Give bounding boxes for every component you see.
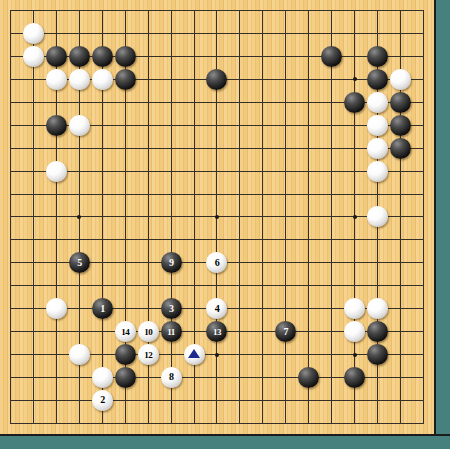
star-point-P10	[353, 215, 357, 219]
grid-line-horizontal	[10, 285, 424, 286]
triangle-marker-icon	[188, 349, 200, 358]
grid-line-vertical	[262, 10, 263, 424]
white-stone-Q6	[367, 115, 388, 136]
white-stone-B2	[23, 23, 44, 44]
move-13-black-stone-J15: 13	[206, 321, 227, 342]
star-point-P16	[353, 353, 357, 357]
move-number-label: 12	[144, 350, 152, 360]
black-stone-F3	[115, 46, 136, 67]
black-stone-R6	[390, 115, 411, 136]
black-stone-F16	[115, 344, 136, 365]
move-2-white-stone-E18: 2	[92, 390, 113, 411]
move-8-white-stone-H17: 8	[161, 367, 182, 388]
black-stone-Q4	[367, 69, 388, 90]
white-stone-C14	[46, 298, 67, 319]
row-labels-strip: 12345678910111213141516171819	[434, 0, 450, 449]
grid-line-vertical	[308, 10, 309, 424]
move-10-white-stone-G15: 10	[138, 321, 159, 342]
black-stone-J4	[206, 69, 227, 90]
white-stone-P14	[344, 298, 365, 319]
black-stone-R5	[390, 92, 411, 113]
white-stone-B3	[23, 46, 44, 67]
black-stone-N17	[298, 367, 319, 388]
go-board[interactable]: 1234567891011121314	[0, 0, 436, 436]
move-11-black-stone-H15: 11	[161, 321, 182, 342]
grid-line-vertical	[239, 10, 240, 424]
move-number-label: 5	[77, 258, 82, 268]
black-stone-P5	[344, 92, 365, 113]
black-stone-F4	[115, 69, 136, 90]
black-stone-Q3	[367, 46, 388, 67]
move-number-label: 6	[215, 258, 220, 268]
go-board-app: 1234567891011121314 12345678910111213141…	[0, 0, 450, 449]
white-stone-D6	[69, 115, 90, 136]
move-12-white-stone-G16: 12	[138, 344, 159, 365]
grid-line-horizontal	[10, 423, 424, 424]
move-number-label: 9	[169, 258, 174, 268]
move-number-label: 1	[100, 304, 105, 314]
move-number-label: 14	[121, 327, 129, 337]
move-7-black-stone-M15: 7	[275, 321, 296, 342]
move-number-label: 2	[100, 395, 105, 405]
grid-line-vertical	[331, 10, 332, 424]
black-stone-R7	[390, 138, 411, 159]
grid-line-horizontal	[10, 239, 424, 240]
white-stone-Q5	[367, 92, 388, 113]
move-9-black-stone-H12: 9	[161, 252, 182, 273]
black-stone-C3	[46, 46, 67, 67]
white-stone-Q14	[367, 298, 388, 319]
move-number-label: 3	[169, 304, 174, 314]
move-number-label: 4	[215, 304, 220, 314]
black-stone-Q16	[367, 344, 388, 365]
column-labels-strip: ABCDEFGHIJKLMNOPQRS	[0, 434, 450, 449]
grid-line-vertical	[285, 10, 286, 424]
move-4-white-stone-J14: 4	[206, 298, 227, 319]
white-stone-E17	[92, 367, 113, 388]
move-number-label: 11	[167, 327, 175, 337]
star-point-D10	[77, 215, 81, 219]
move-number-label: 8	[169, 372, 174, 382]
move-number-label: 7	[283, 327, 288, 337]
white-stone-D4	[69, 69, 90, 90]
black-stone-E3	[92, 46, 113, 67]
white-stone-E4	[92, 69, 113, 90]
white-stone-C4	[46, 69, 67, 90]
move-number-label: 13	[213, 327, 221, 337]
black-stone-D3	[69, 46, 90, 67]
black-stone-O3	[321, 46, 342, 67]
move-14-white-stone-F15: 14	[115, 321, 136, 342]
black-stone-Q15	[367, 321, 388, 342]
white-stone-R4	[390, 69, 411, 90]
grid-line-vertical	[423, 10, 424, 424]
move-number-label: 10	[144, 327, 152, 337]
move-6-white-stone-J12: 6	[206, 252, 227, 273]
white-stone-Q10	[367, 206, 388, 227]
star-point-J16	[215, 353, 219, 357]
move-5-black-stone-D12: 5	[69, 252, 90, 273]
white-stone-Q8	[367, 161, 388, 182]
star-point-J10	[215, 215, 219, 219]
black-stone-F17	[115, 367, 136, 388]
black-stone-C6	[46, 115, 67, 136]
white-stone-Q7	[367, 138, 388, 159]
white-stone-I16	[184, 344, 205, 365]
grid-line-horizontal	[10, 400, 424, 401]
white-stone-D16	[69, 344, 90, 365]
white-stone-C8	[46, 161, 67, 182]
move-1-black-stone-E14: 1	[92, 298, 113, 319]
move-3-black-stone-H14: 3	[161, 298, 182, 319]
white-stone-P15	[344, 321, 365, 342]
black-stone-P17	[344, 367, 365, 388]
